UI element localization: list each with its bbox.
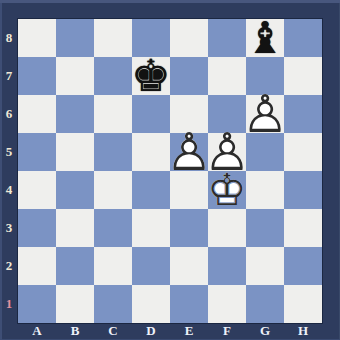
file-label-b: B	[56, 322, 94, 340]
chessboard: ♝♚♟♙♟♙♟♙♚♔	[18, 19, 322, 323]
square-e5[interactable]: ♟♙	[170, 133, 208, 171]
square-b8[interactable]	[56, 19, 94, 57]
square-c5[interactable]	[94, 133, 132, 171]
square-e6[interactable]	[170, 95, 208, 133]
square-g2[interactable]	[246, 247, 284, 285]
square-f4[interactable]: ♚♔	[208, 171, 246, 209]
white-pawn-outline: ♙	[170, 133, 208, 171]
square-a6[interactable]	[18, 95, 56, 133]
white-pawn: ♟♙	[208, 133, 246, 171]
white-pawn-outline: ♙	[208, 133, 246, 171]
square-f1[interactable]	[208, 285, 246, 323]
square-g1[interactable]	[246, 285, 284, 323]
square-a1[interactable]	[18, 285, 56, 323]
white-king: ♚♔	[208, 171, 246, 209]
square-a4[interactable]	[18, 171, 56, 209]
square-g4[interactable]	[246, 171, 284, 209]
rank-label-8: 8	[0, 19, 18, 57]
rank-label-7: 7	[0, 57, 18, 95]
white-pawn: ♟♙	[170, 133, 208, 171]
rank-label-4: 4	[0, 171, 18, 209]
square-e2[interactable]	[170, 247, 208, 285]
rank-label-1: 1	[0, 285, 18, 323]
square-e8[interactable]	[170, 19, 208, 57]
rank-label-2: 2	[0, 247, 18, 285]
white-king-glyph: ♚	[208, 171, 246, 209]
square-b3[interactable]	[56, 209, 94, 247]
square-g3[interactable]	[246, 209, 284, 247]
square-h3[interactable]	[284, 209, 322, 247]
square-h4[interactable]	[284, 171, 322, 209]
square-f7[interactable]	[208, 57, 246, 95]
white-pawn-glyph: ♟	[170, 133, 208, 171]
rank-label-5: 5	[0, 133, 18, 171]
white-pawn-outline: ♙	[246, 95, 284, 133]
square-e4[interactable]	[170, 171, 208, 209]
file-label-d: D	[132, 322, 170, 340]
square-h1[interactable]	[284, 285, 322, 323]
square-c7[interactable]	[94, 57, 132, 95]
square-g6[interactable]: ♟♙	[246, 95, 284, 133]
square-d4[interactable]	[132, 171, 170, 209]
square-d5[interactable]	[132, 133, 170, 171]
chessboard-frame: ♝♚♟♙♟♙♟♙♚♔ 87654321 ABCDEFGH	[0, 0, 340, 340]
square-h6[interactable]	[284, 95, 322, 133]
square-g7[interactable]	[246, 57, 284, 95]
square-d2[interactable]	[132, 247, 170, 285]
square-g5[interactable]	[246, 133, 284, 171]
square-c8[interactable]	[94, 19, 132, 57]
square-a2[interactable]	[18, 247, 56, 285]
square-f5[interactable]: ♟♙	[208, 133, 246, 171]
square-h7[interactable]	[284, 57, 322, 95]
white-pawn-glyph: ♟	[246, 95, 284, 133]
square-f3[interactable]	[208, 209, 246, 247]
square-e1[interactable]	[170, 285, 208, 323]
square-a3[interactable]	[18, 209, 56, 247]
square-d7[interactable]: ♚	[132, 57, 170, 95]
rank-label-3: 3	[0, 209, 18, 247]
square-e3[interactable]	[170, 209, 208, 247]
white-pawn-glyph: ♟	[208, 133, 246, 171]
file-label-c: C	[94, 322, 132, 340]
square-d6[interactable]	[132, 95, 170, 133]
black-king: ♚	[132, 57, 170, 95]
black-bishop-glyph: ♝	[246, 19, 284, 57]
square-d1[interactable]	[132, 285, 170, 323]
square-c4[interactable]	[94, 171, 132, 209]
square-b5[interactable]	[56, 133, 94, 171]
square-h5[interactable]	[284, 133, 322, 171]
square-a7[interactable]	[18, 57, 56, 95]
square-g8[interactable]: ♝	[246, 19, 284, 57]
square-f6[interactable]	[208, 95, 246, 133]
file-label-h: H	[284, 322, 322, 340]
square-b6[interactable]	[56, 95, 94, 133]
square-b2[interactable]	[56, 247, 94, 285]
square-d3[interactable]	[132, 209, 170, 247]
square-b1[interactable]	[56, 285, 94, 323]
file-label-a: A	[18, 322, 56, 340]
file-label-e: E	[170, 322, 208, 340]
white-pawn: ♟♙	[246, 95, 284, 133]
square-c6[interactable]	[94, 95, 132, 133]
square-b7[interactable]	[56, 57, 94, 95]
white-king-outline: ♔	[208, 171, 246, 209]
black-bishop: ♝	[246, 19, 284, 57]
square-f2[interactable]	[208, 247, 246, 285]
square-c3[interactable]	[94, 209, 132, 247]
square-d8[interactable]	[132, 19, 170, 57]
square-c1[interactable]	[94, 285, 132, 323]
file-label-g: G	[246, 322, 284, 340]
square-b4[interactable]	[56, 171, 94, 209]
square-f8[interactable]	[208, 19, 246, 57]
rank-label-6: 6	[0, 95, 18, 133]
square-e7[interactable]	[170, 57, 208, 95]
square-h2[interactable]	[284, 247, 322, 285]
square-h8[interactable]	[284, 19, 322, 57]
file-label-f: F	[208, 322, 246, 340]
square-a8[interactable]	[18, 19, 56, 57]
square-c2[interactable]	[94, 247, 132, 285]
black-king-glyph: ♚	[132, 57, 170, 95]
square-a5[interactable]	[18, 133, 56, 171]
